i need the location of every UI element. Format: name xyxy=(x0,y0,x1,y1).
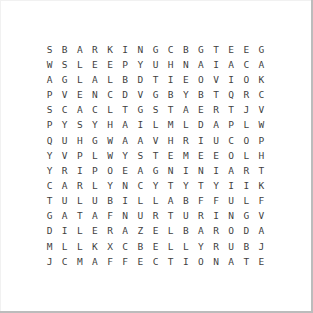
grid-cell-r6c11[interactable]: D xyxy=(193,118,208,133)
grid-cell-r3c14[interactable]: O xyxy=(239,72,254,87)
grid-cell-r11c14[interactable]: L xyxy=(239,193,254,208)
grid-cell-r6c3[interactable]: S xyxy=(72,118,87,133)
grid-cell-r13c15[interactable]: A xyxy=(254,224,269,239)
grid-cell-r12c15[interactable]: V xyxy=(254,208,269,223)
grid-cell-r13c7[interactable]: Z xyxy=(133,224,148,239)
grid-cell-r4c5[interactable]: C xyxy=(103,87,118,102)
grid-cell-r8c11[interactable]: E xyxy=(193,148,208,163)
grid-cell-r7c9[interactable]: H xyxy=(163,133,178,148)
grid-cell-r6c8[interactable]: L xyxy=(148,118,163,133)
grid-cell-r2c4[interactable]: E xyxy=(87,57,102,72)
grid-cell-r6c15[interactable]: W xyxy=(254,118,269,133)
grid-cell-r1c6[interactable]: I xyxy=(118,42,133,57)
grid-cell-r3c2[interactable]: G xyxy=(57,72,72,87)
word-search-poster: SBARKINGCBGTEEGWSLEEPYUHNAIACAAGLALBDTIE… xyxy=(0,0,313,313)
grid-cell-r7c1[interactable]: Q xyxy=(42,133,57,148)
grid-cell-r13c5[interactable]: R xyxy=(103,224,118,239)
grid-cell-r11c1[interactable]: T xyxy=(42,193,57,208)
grid-cell-r2c15[interactable]: A xyxy=(254,57,269,72)
grid-cell-r8c14[interactable]: L xyxy=(239,148,254,163)
grid-cell-r14c3[interactable]: L xyxy=(72,239,87,254)
grid-cell-r11c10[interactable]: B xyxy=(178,193,193,208)
grid-cell-r9c12[interactable]: I xyxy=(208,163,223,178)
grid-cell-r7c2[interactable]: U xyxy=(57,133,72,148)
grid-cell-r10c9[interactable]: T xyxy=(163,178,178,193)
grid-cell-r5c15[interactable]: V xyxy=(254,103,269,118)
grid-cell-r13c6[interactable]: A xyxy=(118,224,133,239)
grid-cell-r14c9[interactable]: L xyxy=(163,239,178,254)
grid-cell-r4c15[interactable]: C xyxy=(254,87,269,102)
grid-cell-r2c9[interactable]: H xyxy=(163,57,178,72)
grid-cell-r3c1[interactable]: A xyxy=(42,72,57,87)
grid-cell-r2c12[interactable]: I xyxy=(208,57,223,72)
grid-cell-r7c11[interactable]: I xyxy=(193,133,208,148)
grid-cell-r8c7[interactable]: S xyxy=(133,148,148,163)
grid-cell-r9c10[interactable]: I xyxy=(178,163,193,178)
grid-cell-r1c5[interactable]: K xyxy=(103,42,118,57)
grid-cell-r12c14[interactable]: G xyxy=(239,208,254,223)
grid-cell-r11c2[interactable]: U xyxy=(57,193,72,208)
grid-cell-r11c6[interactable]: I xyxy=(118,193,133,208)
grid-cell-r13c2[interactable]: I xyxy=(57,224,72,239)
grid-cell-r2c2[interactable]: S xyxy=(57,57,72,72)
grid-cell-r3c11[interactable]: O xyxy=(193,72,208,87)
grid-cell-r15c2[interactable]: C xyxy=(57,254,72,269)
grid-cell-r15c1[interactable]: J xyxy=(42,254,57,269)
word-search-grid: SBARKINGCBGTEEGWSLEEPYUHNAIACAAGLALBDTIE… xyxy=(42,42,269,269)
grid-cell-r7c4[interactable]: G xyxy=(87,133,102,148)
grid-cell-r4c9[interactable]: B xyxy=(163,87,178,102)
grid-cell-r13c10[interactable]: B xyxy=(178,224,193,239)
grid-cell-r6c12[interactable]: A xyxy=(208,118,223,133)
grid-cell-r8c12[interactable]: E xyxy=(208,148,223,163)
grid-cell-r15c14[interactable]: T xyxy=(239,254,254,269)
grid-cell-r10c10[interactable]: Y xyxy=(178,178,193,193)
grid-cell-r11c4[interactable]: U xyxy=(87,193,102,208)
grid-cell-r15c4[interactable]: A xyxy=(87,254,102,269)
grid-cell-r13c4[interactable]: E xyxy=(87,224,102,239)
grid-cell-r10c8[interactable]: Y xyxy=(148,178,163,193)
grid-cell-r1c15[interactable]: G xyxy=(254,42,269,57)
grid-cell-r4c13[interactable]: Q xyxy=(224,87,239,102)
grid-cell-r15c6[interactable]: F xyxy=(118,254,133,269)
grid-cell-r9c11[interactable]: N xyxy=(193,163,208,178)
grid-cell-r15c11[interactable]: O xyxy=(193,254,208,269)
grid-cell-r5c13[interactable]: T xyxy=(224,103,239,118)
grid-cell-r3c15[interactable]: K xyxy=(254,72,269,87)
grid-cell-r7c6[interactable]: A xyxy=(118,133,133,148)
grid-cell-r11c3[interactable]: L xyxy=(72,193,87,208)
grid-cell-r1c7[interactable]: N xyxy=(133,42,148,57)
grid-cell-r12c2[interactable]: A xyxy=(57,208,72,223)
grid-cell-r8c10[interactable]: M xyxy=(178,148,193,163)
grid-cell-r13c11[interactable]: A xyxy=(193,224,208,239)
grid-cell-r1c4[interactable]: R xyxy=(87,42,102,57)
grid-cell-r6c1[interactable]: P xyxy=(42,118,57,133)
grid-cell-r15c3[interactable]: M xyxy=(72,254,87,269)
grid-cell-r5c14[interactable]: J xyxy=(239,103,254,118)
grid-cell-r11c15[interactable]: F xyxy=(254,193,269,208)
grid-cell-r11c8[interactable]: L xyxy=(148,193,163,208)
grid-cell-r14c4[interactable]: K xyxy=(87,239,102,254)
grid-cell-r8c2[interactable]: V xyxy=(57,148,72,163)
grid-cell-r15c5[interactable]: F xyxy=(103,254,118,269)
grid-cell-r8c9[interactable]: E xyxy=(163,148,178,163)
grid-cell-r7c13[interactable]: C xyxy=(224,133,239,148)
grid-cell-r7c7[interactable]: A xyxy=(133,133,148,148)
grid-cell-r4c1[interactable]: P xyxy=(42,87,57,102)
grid-cell-r2c8[interactable]: U xyxy=(148,57,163,72)
grid-cell-r6c10[interactable]: L xyxy=(178,118,193,133)
grid-cell-r14c15[interactable]: J xyxy=(254,239,269,254)
grid-cell-r2c10[interactable]: N xyxy=(178,57,193,72)
grid-cell-r14c10[interactable]: L xyxy=(178,239,193,254)
grid-cell-r5c5[interactable]: L xyxy=(103,103,118,118)
grid-cell-r4c2[interactable]: V xyxy=(57,87,72,102)
grid-cell-r5c1[interactable]: S xyxy=(42,103,57,118)
grid-cell-r15c9[interactable]: T xyxy=(163,254,178,269)
grid-cell-r14c11[interactable]: Y xyxy=(193,239,208,254)
grid-cell-r2c14[interactable]: C xyxy=(239,57,254,72)
grid-cell-r4c11[interactable]: B xyxy=(193,87,208,102)
grid-cell-r1c2[interactable]: B xyxy=(57,42,72,57)
grid-cell-r6c6[interactable]: A xyxy=(118,118,133,133)
grid-cell-r7c5[interactable]: W xyxy=(103,133,118,148)
grid-cell-r10c14[interactable]: I xyxy=(239,178,254,193)
grid-cell-r14c12[interactable]: R xyxy=(208,239,223,254)
grid-cell-r3c6[interactable]: B xyxy=(118,72,133,87)
grid-cell-r14c1[interactable]: M xyxy=(42,239,57,254)
grid-cell-r9c13[interactable]: A xyxy=(224,163,239,178)
grid-cell-r8c4[interactable]: L xyxy=(87,148,102,163)
grid-cell-r8c1[interactable]: Y xyxy=(42,148,57,163)
grid-cell-r1c9[interactable]: C xyxy=(163,42,178,57)
grid-cell-r11c12[interactable]: F xyxy=(208,193,223,208)
grid-cell-r2c1[interactable]: W xyxy=(42,57,57,72)
grid-cell-r3c4[interactable]: A xyxy=(87,72,102,87)
grid-cell-r9c8[interactable]: G xyxy=(148,163,163,178)
grid-cell-r6c7[interactable]: I xyxy=(133,118,148,133)
grid-cell-r2c5[interactable]: E xyxy=(103,57,118,72)
grid-cell-r13c3[interactable]: L xyxy=(72,224,87,239)
grid-cell-r4c10[interactable]: Y xyxy=(178,87,193,102)
grid-cell-r12c13[interactable]: N xyxy=(224,208,239,223)
grid-cell-r6c5[interactable]: H xyxy=(103,118,118,133)
grid-cell-r5c2[interactable]: C xyxy=(57,103,72,118)
grid-cell-r9c15[interactable]: T xyxy=(254,163,269,178)
grid-cell-r15c10[interactable]: I xyxy=(178,254,193,269)
grid-cell-r3c13[interactable]: I xyxy=(224,72,239,87)
grid-cell-r13c13[interactable]: O xyxy=(224,224,239,239)
grid-cell-r10c5[interactable]: Y xyxy=(103,178,118,193)
grid-cell-r3c7[interactable]: D xyxy=(133,72,148,87)
grid-cell-r3c8[interactable]: T xyxy=(148,72,163,87)
grid-cell-r3c12[interactable]: V xyxy=(208,72,223,87)
grid-cell-r5c11[interactable]: E xyxy=(193,103,208,118)
grid-cell-r12c9[interactable]: T xyxy=(163,208,178,223)
grid-cell-r2c6[interactable]: P xyxy=(118,57,133,72)
grid-cell-r14c6[interactable]: C xyxy=(118,239,133,254)
grid-cell-r12c12[interactable]: I xyxy=(208,208,223,223)
grid-cell-r4c14[interactable]: R xyxy=(239,87,254,102)
grid-cell-r14c7[interactable]: B xyxy=(133,239,148,254)
grid-cell-r8c6[interactable]: Y xyxy=(118,148,133,163)
grid-cell-r1c13[interactable]: E xyxy=(224,42,239,57)
grid-cell-r7c10[interactable]: R xyxy=(178,133,193,148)
grid-cell-r3c9[interactable]: I xyxy=(163,72,178,87)
grid-cell-r6c4[interactable]: Y xyxy=(87,118,102,133)
grid-cell-r4c6[interactable]: D xyxy=(118,87,133,102)
grid-cell-r10c7[interactable]: C xyxy=(133,178,148,193)
grid-cell-r15c15[interactable]: E xyxy=(254,254,269,269)
grid-cell-r5c9[interactable]: T xyxy=(163,103,178,118)
grid-cell-r1c3[interactable]: A xyxy=(72,42,87,57)
grid-cell-r4c7[interactable]: V xyxy=(133,87,148,102)
grid-cell-r1c11[interactable]: G xyxy=(193,42,208,57)
grid-cell-r10c4[interactable]: L xyxy=(87,178,102,193)
grid-cell-r10c12[interactable]: Y xyxy=(208,178,223,193)
grid-cell-r12c5[interactable]: F xyxy=(103,208,118,223)
grid-cell-r2c13[interactable]: A xyxy=(224,57,239,72)
grid-cell-r9c6[interactable]: E xyxy=(118,163,133,178)
grid-cell-r10c6[interactable]: N xyxy=(118,178,133,193)
grid-cell-r3c10[interactable]: E xyxy=(178,72,193,87)
grid-cell-r8c3[interactable]: P xyxy=(72,148,87,163)
grid-cell-r7c15[interactable]: P xyxy=(254,133,269,148)
grid-cell-r5c6[interactable]: T xyxy=(118,103,133,118)
grid-cell-r1c10[interactable]: B xyxy=(178,42,193,57)
grid-cell-r14c8[interactable]: E xyxy=(148,239,163,254)
grid-cell-r9c5[interactable]: O xyxy=(103,163,118,178)
grid-cell-r6c13[interactable]: P xyxy=(224,118,239,133)
grid-cell-r14c13[interactable]: U xyxy=(224,239,239,254)
grid-cell-r4c8[interactable]: G xyxy=(148,87,163,102)
grid-cell-r13c8[interactable]: E xyxy=(148,224,163,239)
grid-cell-r8c15[interactable]: H xyxy=(254,148,269,163)
grid-cell-r6c9[interactable]: M xyxy=(163,118,178,133)
grid-cell-r12c4[interactable]: A xyxy=(87,208,102,223)
grid-cell-r10c13[interactable]: I xyxy=(224,178,239,193)
grid-cell-r12c3[interactable]: T xyxy=(72,208,87,223)
grid-cell-r9c14[interactable]: R xyxy=(239,163,254,178)
grid-cell-r7c3[interactable]: H xyxy=(72,133,87,148)
grid-cell-r1c12[interactable]: T xyxy=(208,42,223,57)
grid-cell-r12c7[interactable]: U xyxy=(133,208,148,223)
grid-cell-r14c14[interactable]: B xyxy=(239,239,254,254)
grid-cell-r8c8[interactable]: T xyxy=(148,148,163,163)
grid-cell-r9c2[interactable]: R xyxy=(57,163,72,178)
grid-cell-r7c12[interactable]: U xyxy=(208,133,223,148)
grid-cell-r10c11[interactable]: T xyxy=(193,178,208,193)
grid-cell-r12c8[interactable]: R xyxy=(148,208,163,223)
grid-cell-r4c12[interactable]: T xyxy=(208,87,223,102)
grid-cell-r9c4[interactable]: P xyxy=(87,163,102,178)
grid-cell-r12c6[interactable]: N xyxy=(118,208,133,223)
grid-cell-r10c3[interactable]: R xyxy=(72,178,87,193)
grid-cell-r13c9[interactable]: L xyxy=(163,224,178,239)
grid-cell-r7c8[interactable]: V xyxy=(148,133,163,148)
grid-cell-r5c8[interactable]: S xyxy=(148,103,163,118)
grid-cell-r2c11[interactable]: A xyxy=(193,57,208,72)
grid-cell-r3c3[interactable]: L xyxy=(72,72,87,87)
grid-cell-r5c3[interactable]: A xyxy=(72,103,87,118)
grid-cell-r15c13[interactable]: A xyxy=(224,254,239,269)
grid-cell-r5c10[interactable]: A xyxy=(178,103,193,118)
grid-cell-r4c4[interactable]: N xyxy=(87,87,102,102)
grid-cell-r2c7[interactable]: Y xyxy=(133,57,148,72)
grid-cell-r1c8[interactable]: G xyxy=(148,42,163,57)
grid-cell-r12c11[interactable]: R xyxy=(193,208,208,223)
grid-cell-r7c14[interactable]: O xyxy=(239,133,254,148)
grid-cell-r13c12[interactable]: R xyxy=(208,224,223,239)
grid-cell-r9c9[interactable]: N xyxy=(163,163,178,178)
grid-cell-r8c13[interactable]: O xyxy=(224,148,239,163)
grid-cell-r14c5[interactable]: X xyxy=(103,239,118,254)
grid-cell-r15c7[interactable]: E xyxy=(133,254,148,269)
grid-cell-r5c12[interactable]: R xyxy=(208,103,223,118)
grid-cell-r11c5[interactable]: B xyxy=(103,193,118,208)
grid-cell-r8c5[interactable]: W xyxy=(103,148,118,163)
grid-cell-r4c3[interactable]: E xyxy=(72,87,87,102)
grid-cell-r13c1[interactable]: D xyxy=(42,224,57,239)
grid-cell-r14c2[interactable]: L xyxy=(57,239,72,254)
grid-cell-r3c5[interactable]: L xyxy=(103,72,118,87)
grid-cell-r1c1[interactable]: S xyxy=(42,42,57,57)
grid-cell-r12c1[interactable]: G xyxy=(42,208,57,223)
grid-cell-r11c13[interactable]: U xyxy=(224,193,239,208)
grid-cell-r12c10[interactable]: U xyxy=(178,208,193,223)
grid-cell-r5c7[interactable]: G xyxy=(133,103,148,118)
grid-cell-r11c9[interactable]: A xyxy=(163,193,178,208)
grid-cell-r11c7[interactable]: L xyxy=(133,193,148,208)
grid-cell-r9c7[interactable]: A xyxy=(133,163,148,178)
grid-cell-r6c14[interactable]: L xyxy=(239,118,254,133)
grid-cell-r2c3[interactable]: L xyxy=(72,57,87,72)
grid-cell-r10c15[interactable]: K xyxy=(254,178,269,193)
grid-cell-r10c2[interactable]: A xyxy=(57,178,72,193)
grid-cell-r9c1[interactable]: Y xyxy=(42,163,57,178)
grid-cell-r6c2[interactable]: Y xyxy=(57,118,72,133)
grid-cell-r15c8[interactable]: C xyxy=(148,254,163,269)
grid-cell-r9c3[interactable]: I xyxy=(72,163,87,178)
grid-cell-r11c11[interactable]: F xyxy=(193,193,208,208)
grid-cell-r1c14[interactable]: E xyxy=(239,42,254,57)
grid-cell-r10c1[interactable]: C xyxy=(42,178,57,193)
grid-cell-r13c14[interactable]: D xyxy=(239,224,254,239)
grid-cell-r5c4[interactable]: C xyxy=(87,103,102,118)
grid-cell-r15c12[interactable]: N xyxy=(208,254,223,269)
